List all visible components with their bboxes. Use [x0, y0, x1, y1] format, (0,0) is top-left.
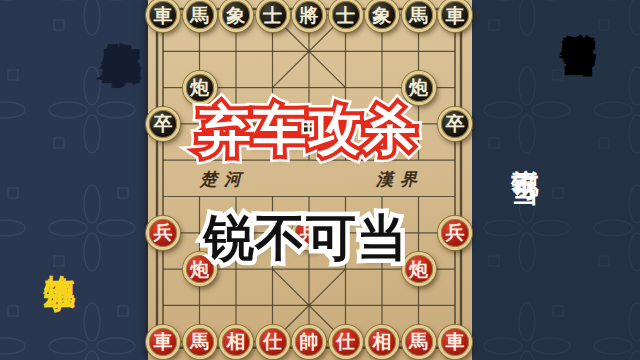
piece-red-f1r9[interactable]: 馬: [183, 325, 217, 359]
piece-red-f7r9[interactable]: 馬: [402, 325, 436, 359]
xiangqi-board: 楚河 漢界 車馬象士將士象馬車炮炮卒卒卒卒卒兵兵兵兵兵炮炮車馬相仕帥仕相馬車: [148, 0, 472, 360]
piece-black-f3r0[interactable]: 士: [256, 0, 290, 32]
left-title-outline: 炮镇五子: [13, 22, 137, 262]
piece-red-f2r9[interactable]: 相: [219, 325, 253, 359]
piece-red-f8r6[interactable]: 兵: [438, 216, 472, 250]
piece-red-f6r9[interactable]: 相: [365, 325, 399, 359]
piece-black-f0r3[interactable]: 卒: [146, 107, 180, 141]
river-label-han-jie: 漢界: [376, 168, 424, 191]
right-title-outline: 锐不可当: [484, 16, 592, 160]
left-title: 炮镇五子 炮镇五子: [13, 22, 137, 262]
piece-black-f7r0[interactable]: 馬: [402, 0, 436, 32]
caption-bottom: 锐不可当 锐不可当: [204, 213, 408, 263]
sidebar-left: 炮镇五子 炮镇五子: [0, 0, 148, 360]
right-title: 锐不可当 锐不可当: [484, 16, 592, 160]
piece-red-f4r9[interactable]: 帥: [292, 325, 326, 359]
left-title-text: 炮镇五子: [42, 250, 77, 262]
piece-red-f0r9[interactable]: 車: [146, 325, 180, 359]
piece-red-f3r9[interactable]: 仕: [256, 325, 290, 359]
caption-top: 弃车攻杀 弃车攻杀 弃车攻杀: [198, 103, 418, 156]
caption-top-text: 弃车攻杀: [198, 100, 418, 159]
caption-bottom-text: 锐不可当: [204, 210, 408, 266]
river-label-chu-he: 楚河: [200, 168, 248, 191]
piece-red-f8r9[interactable]: 車: [438, 325, 472, 359]
piece-red-f5r9[interactable]: 仕: [329, 325, 363, 359]
piece-black-f8r3[interactable]: 卒: [438, 107, 472, 141]
piece-black-f1r0[interactable]: 馬: [183, 0, 217, 32]
piece-red-f0r6[interactable]: 兵: [146, 216, 180, 250]
video-frame: 炮镇五子 炮镇五子 楚河 漢界 車馬象士將士象馬車炮炮卒卒卒卒卒兵兵兵兵兵炮炮車…: [0, 0, 640, 360]
piece-black-f5r0[interactable]: 士: [329, 0, 363, 32]
right-title-text: 锐不可当: [510, 148, 540, 160]
